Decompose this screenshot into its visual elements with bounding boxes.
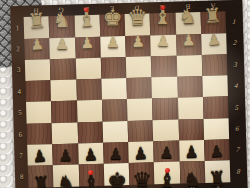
rank-label-right-4: 4 <box>227 74 246 97</box>
square-e8[interactable]: ♚ <box>104 163 130 186</box>
square-d4[interactable] <box>126 78 152 100</box>
square-b6[interactable] <box>178 119 204 141</box>
square-c6[interactable] <box>153 119 179 141</box>
bishop-red-tip <box>165 168 170 173</box>
square-d6[interactable] <box>128 120 154 142</box>
white-pawn-h2[interactable]: ♟ <box>30 37 45 53</box>
square-a7[interactable]: ♟ <box>204 139 230 161</box>
square-h7[interactable]: ♟ <box>27 144 53 166</box>
white-king-e1[interactable]: ♚ <box>102 7 122 29</box>
white-pawn-a2[interactable]: ♟ <box>206 32 221 48</box>
square-a3[interactable] <box>202 54 228 76</box>
rank-label-left-2: 2 <box>11 38 25 60</box>
black-king-e8[interactable]: ♚ <box>107 170 127 188</box>
black-pawn-h7[interactable]: ♟ <box>32 148 48 165</box>
rank-label-left-6: 6 <box>14 124 28 146</box>
square-e6[interactable] <box>102 121 128 143</box>
rank-label-right-3: 3 <box>226 53 245 76</box>
square-h3[interactable] <box>25 59 51 81</box>
square-f2[interactable]: ♟ <box>75 37 101 59</box>
square-h6[interactable] <box>27 123 53 145</box>
square-a8[interactable]: ♜ <box>204 160 230 183</box>
rank-label-right-5: 5 <box>227 96 246 119</box>
black-pawn-d7[interactable]: ♟ <box>134 146 149 163</box>
black-rook-h8[interactable]: ♜ <box>31 173 50 188</box>
white-rook-a1[interactable]: ♜ <box>203 5 222 26</box>
white-pawn-b2[interactable]: ♟ <box>182 33 196 48</box>
square-e3[interactable] <box>101 57 127 79</box>
black-pawn-c7[interactable]: ♟ <box>159 145 174 161</box>
square-c2[interactable]: ♟ <box>150 35 176 57</box>
square-h8[interactable]: ♜ <box>28 165 54 188</box>
square-f6[interactable] <box>77 121 103 143</box>
square-g3[interactable] <box>50 59 76 81</box>
square-c4[interactable] <box>152 77 178 99</box>
square-e4[interactable] <box>101 78 127 100</box>
square-f8[interactable]: ♝ <box>78 164 104 187</box>
square-a5[interactable] <box>203 97 229 119</box>
black-rook-a8[interactable]: ♜ <box>208 168 227 188</box>
square-d7[interactable]: ♟ <box>128 141 154 163</box>
square-f4[interactable] <box>76 79 102 101</box>
white-rook-h1[interactable]: ♜ <box>27 10 46 31</box>
square-c3[interactable] <box>151 56 177 78</box>
rank-label-right-7: 7 <box>228 138 247 161</box>
rank-label-right-2: 2 <box>225 32 244 55</box>
square-b2[interactable]: ♟ <box>176 34 202 56</box>
rank-label-left-8: 8 <box>15 166 29 188</box>
rank-label-left-4: 4 <box>12 81 26 103</box>
square-a2[interactable]: ♟ <box>201 33 227 55</box>
square-e5[interactable] <box>102 100 128 122</box>
square-g4[interactable] <box>51 80 77 102</box>
black-pawn-g7[interactable]: ♟ <box>58 148 73 164</box>
white-knight-b1[interactable]: ♞ <box>179 6 197 26</box>
square-c5[interactable] <box>152 98 178 120</box>
black-queen-d8[interactable]: ♛ <box>132 169 153 188</box>
rank-label-right-1: 1 <box>225 10 244 33</box>
black-bishop-c8[interactable]: ♝ <box>158 170 176 188</box>
square-c8[interactable]: ♝ <box>154 162 180 185</box>
square-a6[interactable] <box>203 118 229 140</box>
black-pawn-e7[interactable]: ♟ <box>109 147 123 163</box>
square-d5[interactable] <box>127 99 153 121</box>
square-f7[interactable]: ♟ <box>78 143 104 165</box>
rank-label-left-3: 3 <box>12 60 26 82</box>
square-h4[interactable] <box>25 81 51 103</box>
square-d3[interactable] <box>126 57 152 79</box>
square-b3[interactable] <box>176 55 202 77</box>
rank-label-right-6: 6 <box>228 117 247 140</box>
square-a4[interactable] <box>202 76 228 98</box>
white-queen-d1[interactable]: ♛ <box>127 6 148 29</box>
square-d8[interactable]: ♛ <box>129 162 155 185</box>
square-b7[interactable]: ♟ <box>179 140 205 162</box>
square-g5[interactable] <box>51 101 77 123</box>
black-knight-g8[interactable]: ♞ <box>57 173 75 188</box>
rank-label-left-1: 1 <box>11 17 25 39</box>
black-pawn-b7[interactable]: ♟ <box>184 144 199 160</box>
white-bishop-f1[interactable]: ♝ <box>77 9 96 30</box>
black-bishop-f8[interactable]: ♝ <box>82 172 101 188</box>
bishop-red-tip <box>160 5 165 10</box>
white-pawn-e2[interactable]: ♟ <box>106 35 120 50</box>
square-g6[interactable] <box>52 122 78 144</box>
square-b5[interactable] <box>177 97 203 119</box>
white-pawn-g2[interactable]: ♟ <box>55 37 69 52</box>
board-grid: ♜♞♝♚♛♝♞♜♟♟♟♟♟♟♟♟♟♟♟♟♟♟♟♟♜♞♝♚♛♝♞♜ <box>24 11 231 188</box>
white-pawn-f2[interactable]: ♟ <box>80 36 94 52</box>
photo: HGFEDCBA HGFEDCBA 12345678 12345678 ♜♞♝♚… <box>0 0 250 188</box>
black-knight-b8[interactable]: ♞ <box>183 169 201 188</box>
rank-label-left-7: 7 <box>14 145 28 167</box>
white-pawn-c2[interactable]: ♟ <box>156 34 170 49</box>
rank-label-left-5: 5 <box>13 102 27 124</box>
white-knight-g1[interactable]: ♞ <box>53 10 71 30</box>
square-e7[interactable]: ♟ <box>103 142 129 164</box>
bishop-red-tip <box>88 170 93 175</box>
white-pawn-d2[interactable]: ♟ <box>131 35 145 51</box>
black-pawn-a7[interactable]: ♟ <box>209 143 225 160</box>
square-h2[interactable]: ♟ <box>24 38 50 60</box>
square-b4[interactable] <box>177 76 203 98</box>
square-d2[interactable]: ♟ <box>125 35 151 57</box>
square-g7[interactable]: ♟ <box>52 143 78 165</box>
rank-label-right-8: 8 <box>229 160 248 183</box>
square-e2[interactable]: ♟ <box>100 36 126 58</box>
square-h5[interactable] <box>26 102 52 124</box>
bishop-red-tip <box>84 7 89 12</box>
black-pawn-f7[interactable]: ♟ <box>83 147 98 164</box>
chess-board: HGFEDCBA HGFEDCBA 12345678 12345678 ♜♞♝♚… <box>10 0 247 188</box>
white-bishop-c1[interactable]: ♝ <box>153 7 171 27</box>
square-f3[interactable] <box>75 58 101 80</box>
square-g2[interactable]: ♟ <box>49 37 75 59</box>
square-b8[interactable]: ♞ <box>179 161 205 184</box>
square-c7[interactable]: ♟ <box>153 140 179 162</box>
square-g8[interactable]: ♞ <box>53 164 79 187</box>
square-f5[interactable] <box>77 100 103 122</box>
